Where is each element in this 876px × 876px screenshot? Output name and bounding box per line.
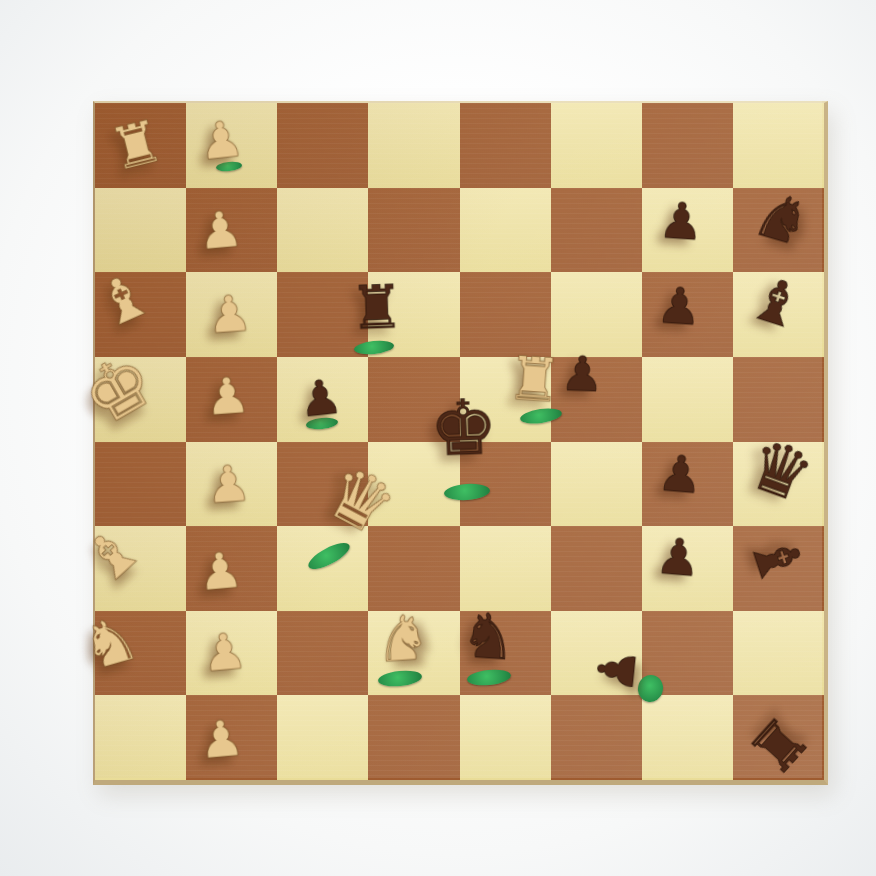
- dark-pawn-g6[interactable]: ♟: [655, 280, 703, 333]
- square-g5[interactable]: [642, 357, 733, 442]
- square-f4[interactable]: [551, 442, 642, 527]
- dark-rook-d6[interactable]: ♜: [349, 276, 405, 338]
- square-g2[interactable]: [642, 611, 733, 696]
- chess-set-photo: ♜♟♟♝♟♚♟♟♝♟♛♞♟♞♟♜♟♞♟♝♜♟♟♚♟♛♟♝♟♞♜: [0, 0, 876, 876]
- white-pawn-b1[interactable]: ♟: [197, 713, 246, 767]
- white-rook-e5[interactable]: ♜: [505, 347, 563, 411]
- square-f8[interactable]: [551, 103, 642, 188]
- square-c1[interactable]: [277, 695, 368, 780]
- dark-pawn-g3[interactable]: ♟: [654, 531, 703, 585]
- dark-pawn-g2[interactable]: ♟: [590, 645, 644, 695]
- dark-pawn-c5[interactable]: ♟: [297, 372, 345, 424]
- white-pawn-b8[interactable]: ♟: [197, 113, 247, 167]
- white-pawn-b7[interactable]: ♟: [196, 204, 245, 258]
- square-c8[interactable]: [277, 103, 368, 188]
- white-pawn-b6[interactable]: ♟: [206, 288, 254, 341]
- dark-pawn-g7[interactable]: ♟: [657, 195, 705, 248]
- square-h2[interactable]: [733, 611, 824, 696]
- square-f7[interactable]: [551, 188, 642, 273]
- white-knight-d2[interactable]: ♞: [373, 606, 433, 672]
- square-e1[interactable]: [460, 695, 551, 780]
- square-d1[interactable]: [368, 695, 459, 780]
- square-d8[interactable]: [368, 103, 459, 188]
- square-g1[interactable]: [642, 695, 733, 780]
- square-c2[interactable]: [277, 611, 368, 696]
- dark-knight-e2[interactable]: ♞: [459, 604, 519, 670]
- square-h8[interactable]: [733, 103, 824, 188]
- square-e7[interactable]: [460, 188, 551, 273]
- white-pawn-b3[interactable]: ♟: [196, 545, 245, 599]
- white-pawn-b2[interactable]: ♟: [200, 626, 249, 680]
- dark-king-e4[interactable]: ♚: [428, 389, 499, 467]
- square-f3[interactable]: [551, 526, 642, 611]
- square-f1[interactable]: [551, 695, 642, 780]
- square-g8[interactable]: [642, 103, 733, 188]
- dark-pawn-f5[interactable]: ♟: [560, 349, 605, 398]
- square-c7[interactable]: [277, 188, 368, 273]
- square-d3[interactable]: [368, 526, 459, 611]
- white-pawn-b5[interactable]: ♟: [204, 370, 252, 423]
- square-d7[interactable]: [368, 188, 459, 273]
- white-pawn-b4[interactable]: ♟: [205, 458, 253, 511]
- square-a1[interactable]: [95, 695, 186, 780]
- square-e8[interactable]: [460, 103, 551, 188]
- dark-pawn-g4[interactable]: ♟: [656, 448, 705, 502]
- square-a7[interactable]: [95, 188, 186, 273]
